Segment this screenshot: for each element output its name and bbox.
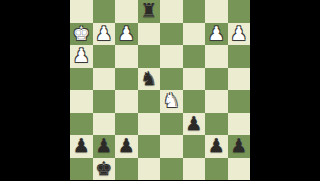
square-e8[interactable] bbox=[160, 0, 183, 23]
piece-white-pawn[interactable]: ♟ bbox=[93, 23, 116, 46]
square-a5[interactable] bbox=[70, 68, 93, 91]
square-c1[interactable] bbox=[115, 158, 138, 181]
square-a6[interactable]: ♟ bbox=[70, 45, 93, 68]
square-a1[interactable] bbox=[70, 158, 93, 181]
square-e2[interactable] bbox=[160, 135, 183, 158]
square-e4[interactable]: ♞ bbox=[160, 90, 183, 113]
piece-black-pawn[interactable]: ♟ bbox=[70, 135, 93, 158]
square-h4[interactable] bbox=[228, 90, 251, 113]
square-f7[interactable] bbox=[183, 23, 206, 46]
square-h6[interactable] bbox=[228, 45, 251, 68]
square-g5[interactable] bbox=[205, 68, 228, 91]
piece-white-pawn[interactable]: ♟ bbox=[205, 23, 228, 46]
square-c2[interactable]: ♟ bbox=[115, 135, 138, 158]
square-f1[interactable] bbox=[183, 158, 206, 181]
square-e7[interactable] bbox=[160, 23, 183, 46]
piece-white-pawn[interactable]: ♟ bbox=[115, 23, 138, 46]
square-a7[interactable]: ♚ bbox=[70, 23, 93, 46]
square-c3[interactable] bbox=[115, 113, 138, 136]
square-c5[interactable] bbox=[115, 68, 138, 91]
square-h8[interactable] bbox=[228, 0, 251, 23]
piece-white-pawn[interactable]: ♟ bbox=[228, 23, 251, 46]
piece-black-pawn[interactable]: ♟ bbox=[205, 135, 228, 158]
app-background: ♜♚♟♟♟♟♟♞♞♟♟♟♟♟♟♚ bbox=[0, 0, 320, 180]
square-a4[interactable] bbox=[70, 90, 93, 113]
piece-white-pawn[interactable]: ♟ bbox=[70, 45, 93, 68]
square-f8[interactable] bbox=[183, 0, 206, 23]
square-h3[interactable] bbox=[228, 113, 251, 136]
square-g7[interactable]: ♟ bbox=[205, 23, 228, 46]
square-g2[interactable]: ♟ bbox=[205, 135, 228, 158]
square-h1[interactable] bbox=[228, 158, 251, 181]
square-f4[interactable] bbox=[183, 90, 206, 113]
square-b5[interactable] bbox=[93, 68, 116, 91]
square-g4[interactable] bbox=[205, 90, 228, 113]
square-b7[interactable]: ♟ bbox=[93, 23, 116, 46]
square-e1[interactable] bbox=[160, 158, 183, 181]
square-e6[interactable] bbox=[160, 45, 183, 68]
square-d4[interactable] bbox=[138, 90, 161, 113]
square-f2[interactable] bbox=[183, 135, 206, 158]
square-a2[interactable]: ♟ bbox=[70, 135, 93, 158]
square-g1[interactable] bbox=[205, 158, 228, 181]
square-g6[interactable] bbox=[205, 45, 228, 68]
square-d7[interactable] bbox=[138, 23, 161, 46]
piece-black-rook[interactable]: ♜ bbox=[138, 0, 161, 23]
chess-board: ♜♚♟♟♟♟♟♞♞♟♟♟♟♟♟♚ bbox=[70, 0, 250, 180]
square-h5[interactable] bbox=[228, 68, 251, 91]
piece-black-pawn[interactable]: ♟ bbox=[183, 113, 206, 136]
piece-white-knight[interactable]: ♞ bbox=[160, 90, 183, 113]
piece-black-pawn[interactable]: ♟ bbox=[115, 135, 138, 158]
square-b3[interactable] bbox=[93, 113, 116, 136]
square-d8[interactable]: ♜ bbox=[138, 0, 161, 23]
square-g8[interactable] bbox=[205, 0, 228, 23]
square-d1[interactable] bbox=[138, 158, 161, 181]
square-b8[interactable] bbox=[93, 0, 116, 23]
square-c4[interactable] bbox=[115, 90, 138, 113]
square-d3[interactable] bbox=[138, 113, 161, 136]
square-b4[interactable] bbox=[93, 90, 116, 113]
square-e3[interactable] bbox=[160, 113, 183, 136]
square-b1[interactable]: ♚ bbox=[93, 158, 116, 181]
piece-black-king[interactable]: ♚ bbox=[93, 158, 116, 181]
square-g3[interactable] bbox=[205, 113, 228, 136]
piece-white-king[interactable]: ♚ bbox=[70, 23, 93, 46]
square-c7[interactable]: ♟ bbox=[115, 23, 138, 46]
square-d2[interactable] bbox=[138, 135, 161, 158]
piece-black-pawn[interactable]: ♟ bbox=[228, 135, 251, 158]
square-b6[interactable] bbox=[93, 45, 116, 68]
piece-black-pawn[interactable]: ♟ bbox=[93, 135, 116, 158]
square-f5[interactable] bbox=[183, 68, 206, 91]
square-d6[interactable] bbox=[138, 45, 161, 68]
square-h7[interactable]: ♟ bbox=[228, 23, 251, 46]
square-e5[interactable] bbox=[160, 68, 183, 91]
square-f6[interactable] bbox=[183, 45, 206, 68]
square-c8[interactable] bbox=[115, 0, 138, 23]
square-h2[interactable]: ♟ bbox=[228, 135, 251, 158]
square-c6[interactable] bbox=[115, 45, 138, 68]
square-d5[interactable]: ♞ bbox=[138, 68, 161, 91]
square-b2[interactable]: ♟ bbox=[93, 135, 116, 158]
square-f3[interactable]: ♟ bbox=[183, 113, 206, 136]
piece-black-knight[interactable]: ♞ bbox=[138, 68, 161, 91]
square-a8[interactable] bbox=[70, 0, 93, 23]
square-a3[interactable] bbox=[70, 113, 93, 136]
